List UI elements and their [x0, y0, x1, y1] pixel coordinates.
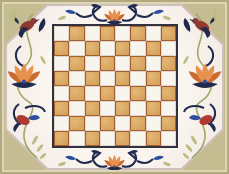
floral-bird-column-right-icon: [178, 8, 222, 162]
square-h3[interactable]: [161, 101, 176, 116]
square-e5[interactable]: [115, 71, 130, 86]
square-b3[interactable]: [69, 101, 84, 116]
square-b5[interactable]: [69, 71, 84, 86]
square-a2[interactable]: [54, 116, 69, 131]
square-g6[interactable]: [146, 56, 161, 71]
square-c3[interactable]: [85, 101, 100, 116]
square-h6[interactable]: [161, 56, 176, 71]
square-d3[interactable]: [100, 101, 115, 116]
square-d5[interactable]: [100, 71, 115, 86]
square-a5[interactable]: [54, 71, 69, 86]
square-d4[interactable]: [100, 86, 115, 101]
square-d6[interactable]: [100, 56, 115, 71]
square-f7[interactable]: [130, 41, 145, 56]
lotus-scroll-band-top-icon: [54, 2, 175, 24]
square-e4[interactable]: [115, 86, 130, 101]
square-d7[interactable]: [100, 41, 115, 56]
square-e1[interactable]: [115, 131, 130, 146]
square-a3[interactable]: [54, 101, 69, 116]
square-c1[interactable]: [85, 131, 100, 146]
square-b2[interactable]: [69, 116, 84, 131]
square-h5[interactable]: [161, 71, 176, 86]
lotus-scroll-band-bottom-icon: [54, 148, 175, 170]
square-g1[interactable]: [146, 131, 161, 146]
square-d1[interactable]: [100, 131, 115, 146]
chessboard: [52, 24, 178, 148]
square-h7[interactable]: [161, 41, 176, 56]
square-f4[interactable]: [130, 86, 145, 101]
square-e2[interactable]: [115, 116, 130, 131]
square-c6[interactable]: [85, 56, 100, 71]
square-c2[interactable]: [85, 116, 100, 131]
square-c7[interactable]: [85, 41, 100, 56]
square-g2[interactable]: [146, 116, 161, 131]
square-f3[interactable]: [130, 101, 145, 116]
square-d2[interactable]: [100, 116, 115, 131]
square-g7[interactable]: [146, 41, 161, 56]
square-b7[interactable]: [69, 41, 84, 56]
square-f2[interactable]: [130, 116, 145, 131]
marble-chess-table-photo: [0, 0, 229, 174]
square-a8[interactable]: [54, 26, 69, 41]
square-a7[interactable]: [54, 41, 69, 56]
square-c8[interactable]: [85, 26, 100, 41]
square-e6[interactable]: [115, 56, 130, 71]
square-c4[interactable]: [85, 86, 100, 101]
square-h4[interactable]: [161, 86, 176, 101]
square-e7[interactable]: [115, 41, 130, 56]
square-f6[interactable]: [130, 56, 145, 71]
square-e8[interactable]: [115, 26, 130, 41]
square-h2[interactable]: [161, 116, 176, 131]
square-b6[interactable]: [69, 56, 84, 71]
square-a6[interactable]: [54, 56, 69, 71]
square-d8[interactable]: [100, 26, 115, 41]
square-b4[interactable]: [69, 86, 84, 101]
square-a4[interactable]: [54, 86, 69, 101]
square-a1[interactable]: [54, 131, 69, 146]
square-b8[interactable]: [69, 26, 84, 41]
square-f1[interactable]: [130, 131, 145, 146]
square-f5[interactable]: [130, 71, 145, 86]
square-g5[interactable]: [146, 71, 161, 86]
square-g8[interactable]: [146, 26, 161, 41]
square-h8[interactable]: [161, 26, 176, 41]
square-g4[interactable]: [146, 86, 161, 101]
square-e3[interactable]: [115, 101, 130, 116]
floral-bird-column-left-icon: [7, 8, 51, 162]
square-c5[interactable]: [85, 71, 100, 86]
square-h1[interactable]: [161, 131, 176, 146]
square-b1[interactable]: [69, 131, 84, 146]
square-g3[interactable]: [146, 101, 161, 116]
square-f8[interactable]: [130, 26, 145, 41]
